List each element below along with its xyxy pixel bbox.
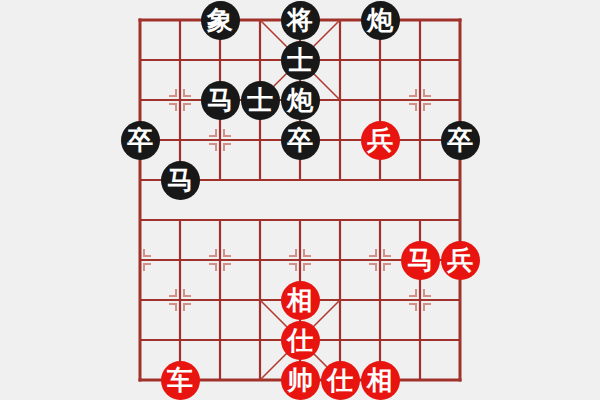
piece-red-advisor[interactable]: 仕: [321, 361, 360, 400]
piece-black-general[interactable]: 将: [281, 1, 320, 40]
piece-black-advisor[interactable]: 士: [241, 81, 280, 120]
piece-red-elephant[interactable]: 相: [361, 361, 400, 400]
piece-black-cannon[interactable]: 炮: [361, 1, 400, 40]
piece-red-soldier[interactable]: 兵: [361, 121, 400, 160]
piece-black-soldier[interactable]: 卒: [281, 121, 320, 160]
piece-black-horse[interactable]: 马: [161, 161, 200, 200]
piece-red-advisor[interactable]: 仕: [281, 321, 320, 360]
xiangqi-app: 象将炮士马士炮卒卒兵卒马马兵相仕车帅仕相: [0, 0, 600, 400]
piece-red-elephant[interactable]: 相: [281, 281, 320, 320]
piece-black-advisor[interactable]: 士: [281, 41, 320, 80]
piece-black-horse[interactable]: 马: [201, 81, 240, 120]
piece-red-soldier[interactable]: 兵: [441, 241, 480, 280]
piece-black-soldier[interactable]: 卒: [441, 121, 480, 160]
piece-red-chariot[interactable]: 车: [161, 361, 200, 400]
piece-red-general[interactable]: 帅: [281, 361, 320, 400]
xiangqi-board[interactable]: 象将炮士马士炮卒卒兵卒马马兵相仕车帅仕相: [120, 0, 480, 400]
piece-red-horse[interactable]: 马: [401, 241, 440, 280]
piece-black-elephant[interactable]: 象: [201, 1, 240, 40]
piece-black-soldier[interactable]: 卒: [121, 121, 160, 160]
piece-black-cannon[interactable]: 炮: [281, 81, 320, 120]
